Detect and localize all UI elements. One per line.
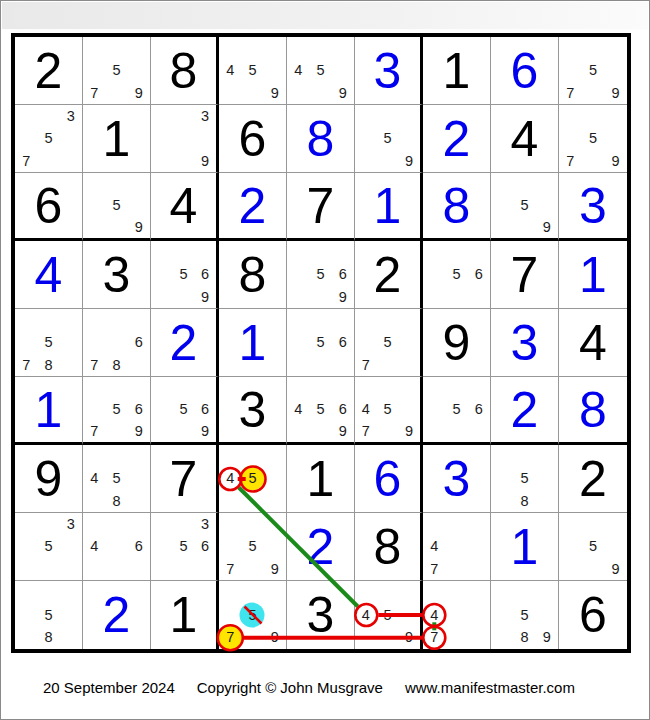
- candidate-6: 6: [194, 263, 216, 285]
- pencil-marks: 59: [491, 173, 558, 238]
- cell-r6c1[interactable]: 1: [15, 377, 83, 445]
- pencil-marks: 579: [83, 37, 150, 104]
- candidate-9: 9: [536, 626, 558, 649]
- cell-value: 8: [355, 513, 420, 580]
- pencil-marks: 578: [15, 309, 82, 376]
- cell-value: 2: [83, 581, 150, 649]
- candidate-5: 5: [582, 127, 605, 149]
- cell-r9c7[interactable]: 47: [423, 581, 491, 649]
- cell-value: 8: [151, 37, 216, 104]
- candidate-5: 5: [513, 195, 535, 217]
- pencil-marks: 5679: [83, 377, 150, 442]
- pencil-marks: 458: [83, 445, 150, 512]
- cell-r2c6[interactable]: 59: [355, 105, 423, 173]
- cell-value: 2: [151, 309, 216, 376]
- candidate-7: 7: [559, 82, 582, 104]
- pencil-marks: 39: [151, 105, 216, 172]
- candidate-6: 6: [128, 535, 150, 557]
- cell-value: 1: [559, 241, 627, 308]
- cell-value: 1: [15, 377, 82, 442]
- pencil-marks: 59: [559, 513, 627, 580]
- cell-r7c8[interactable]: 58: [491, 445, 559, 513]
- candidate-7: 7: [219, 558, 241, 580]
- pencil-marks: 579: [559, 105, 627, 172]
- candidate-5: 5: [309, 331, 331, 353]
- cell-r9c1[interactable]: 58: [15, 581, 83, 649]
- cell-r8c1[interactable]: 35: [15, 513, 83, 581]
- pencil-marks: 459: [219, 37, 286, 104]
- cell-value: 3: [423, 445, 490, 512]
- cell-value: 2: [559, 445, 627, 512]
- pencil-marks: 356: [151, 513, 216, 580]
- candidate-4: 4: [287, 399, 309, 421]
- pencil-marks: 579: [219, 581, 286, 649]
- candidate-5: 5: [377, 127, 399, 149]
- cell-r3c4[interactable]: 2: [219, 173, 287, 241]
- cell-value: 6: [355, 445, 420, 512]
- cell-r6c4[interactable]: 3: [219, 377, 287, 445]
- cell-r5c9[interactable]: 4: [559, 309, 627, 377]
- cell-r7c3[interactable]: 7: [151, 445, 219, 513]
- candidate-5: 5: [37, 331, 59, 353]
- titlebar[interactable]: [2, 2, 648, 30]
- candidate-9: 9: [128, 216, 150, 238]
- cell-value: 4: [15, 241, 82, 308]
- cell-value: 6: [491, 37, 558, 104]
- cell-r4c8[interactable]: 7: [491, 241, 559, 309]
- cell-r2c5[interactable]: 8: [287, 105, 355, 173]
- pencil-marks: 579: [559, 37, 627, 104]
- cell-r6c2[interactable]: 5679: [83, 377, 151, 445]
- cell-r9c6[interactable]: 459: [355, 581, 423, 649]
- candidate-6: 6: [194, 399, 216, 421]
- cell-value: 7: [491, 241, 558, 308]
- cell-r9c3[interactable]: 1: [151, 581, 219, 649]
- candidate-9: 9: [332, 420, 354, 442]
- candidate-9: 9: [264, 626, 286, 649]
- candidate-9: 9: [128, 420, 150, 442]
- candidate-5: 5: [37, 535, 59, 557]
- pencil-marks: 357: [15, 105, 82, 172]
- cell-r1c6[interactable]: 3: [355, 37, 423, 105]
- footer: 20 September 2024 Copyright © John Musgr…: [43, 679, 575, 696]
- candidate-8: 8: [105, 354, 127, 376]
- cell-r5c3[interactable]: 2: [151, 309, 219, 377]
- candidate-7: 7: [15, 354, 37, 376]
- cell-value: 8: [219, 241, 286, 308]
- cell-value: 6: [15, 173, 82, 238]
- candidate-7: 7: [423, 558, 445, 580]
- candidate-6: 6: [468, 399, 490, 421]
- cell-value: 3: [287, 581, 354, 649]
- pencil-marks: 678: [83, 309, 150, 376]
- pencil-marks: 47: [423, 513, 490, 580]
- candidate-5: 5: [309, 59, 331, 81]
- candidate-9: 9: [398, 150, 420, 172]
- cell-value: 2: [423, 105, 490, 172]
- candidate-9: 9: [604, 82, 627, 104]
- cell-r3c8[interactable]: 59: [491, 173, 559, 241]
- cell-r2c8[interactable]: 4: [491, 105, 559, 173]
- cell-r7c9[interactable]: 2: [559, 445, 627, 513]
- candidate-5: 5: [241, 467, 263, 489]
- candidate-5: 5: [105, 195, 127, 217]
- cell-r3c2[interactable]: 59: [83, 173, 151, 241]
- sudoku-board: 2579845945931657935713968592457965942718…: [11, 33, 631, 653]
- cell-r6c6[interactable]: 4579: [355, 377, 423, 445]
- pencil-marks: 459: [355, 581, 420, 649]
- candidate-8: 8: [513, 490, 535, 512]
- cell-r5c2[interactable]: 678: [83, 309, 151, 377]
- cell-r1c9[interactable]: 579: [559, 37, 627, 105]
- candidate-5: 5: [377, 399, 399, 421]
- cell-r2c7[interactable]: 2: [423, 105, 491, 173]
- cell-value: 8: [287, 105, 354, 172]
- candidate-5: 5: [173, 535, 195, 557]
- candidate-9: 9: [398, 626, 420, 649]
- candidate-5: 5: [105, 59, 127, 81]
- cell-r9c2[interactable]: 2: [83, 581, 151, 649]
- candidate-7: 7: [83, 420, 105, 442]
- cell-r1c7[interactable]: 1: [423, 37, 491, 105]
- cell-value: 2: [219, 173, 286, 238]
- candidate-5: 5: [513, 604, 535, 627]
- cell-value: 9: [423, 309, 490, 376]
- candidate-4: 4: [423, 604, 445, 627]
- cell-r3c9[interactable]: 3: [559, 173, 627, 241]
- cell-value: 6: [219, 105, 286, 172]
- cell-value: 2: [355, 241, 420, 308]
- candidate-9: 9: [264, 558, 286, 580]
- candidate-6: 6: [332, 331, 354, 353]
- cell-r2c9[interactable]: 579: [559, 105, 627, 173]
- candidate-4: 4: [83, 535, 105, 557]
- cell-r7c5[interactable]: 1: [287, 445, 355, 513]
- candidate-7: 7: [83, 82, 105, 104]
- cell-r8c7[interactable]: 47: [423, 513, 491, 581]
- cell-r9c8[interactable]: 589: [491, 581, 559, 649]
- pencil-marks: 59: [83, 173, 150, 238]
- candidate-3: 3: [194, 105, 216, 127]
- cell-r6c9[interactable]: 8: [559, 377, 627, 445]
- cell-value: 1: [219, 309, 286, 376]
- candidate-3: 3: [194, 513, 216, 535]
- cell-value: 3: [491, 309, 558, 376]
- cell-value: 7: [287, 173, 354, 238]
- cell-r8c5[interactable]: 2: [287, 513, 355, 581]
- pencil-marks: 579: [219, 513, 286, 580]
- candidate-4: 4: [287, 59, 309, 81]
- cell-r9c9[interactable]: 6: [559, 581, 627, 649]
- candidate-7: 7: [15, 150, 37, 172]
- candidate-5: 5: [241, 535, 263, 557]
- candidate-5: 5: [309, 399, 331, 421]
- cell-r4c2[interactable]: 3: [83, 241, 151, 309]
- candidate-9: 9: [332, 82, 354, 104]
- candidate-6: 6: [128, 331, 150, 353]
- candidate-7: 7: [219, 626, 241, 649]
- candidate-9: 9: [332, 286, 354, 308]
- pencil-marks: 35: [15, 513, 82, 580]
- cell-r9c4[interactable]: 579: [219, 581, 287, 649]
- cell-value: 8: [423, 173, 490, 238]
- candidate-5: 5: [377, 331, 399, 353]
- cell-r6c8[interactable]: 2: [491, 377, 559, 445]
- pencil-marks: 56: [423, 377, 490, 442]
- candidate-4: 4: [423, 535, 445, 557]
- cell-r4c7[interactable]: 56: [423, 241, 491, 309]
- candidate-9: 9: [194, 420, 216, 442]
- cell-value: 2: [491, 377, 558, 442]
- candidate-9: 9: [194, 286, 216, 308]
- candidate-3: 3: [60, 513, 82, 535]
- cell-r7c7[interactable]: 3: [423, 445, 491, 513]
- cell-r8c6[interactable]: 8: [355, 513, 423, 581]
- cell-value: 1: [151, 581, 216, 649]
- cell-r7c1[interactable]: 9: [15, 445, 83, 513]
- candidate-7: 7: [559, 150, 582, 172]
- cell-value: 1: [287, 445, 354, 512]
- candidate-9: 9: [264, 82, 286, 104]
- candidate-5: 5: [513, 467, 535, 489]
- cell-r3c7[interactable]: 8: [423, 173, 491, 241]
- cell-r2c3[interactable]: 39: [151, 105, 219, 173]
- cell-value: 1: [423, 37, 490, 104]
- candidate-4: 4: [355, 399, 377, 421]
- pencil-marks: 45: [219, 445, 286, 512]
- pencil-marks: 56: [287, 309, 354, 376]
- cell-r3c5[interactable]: 7: [287, 173, 355, 241]
- cell-r5c7[interactable]: 9: [423, 309, 491, 377]
- cell-value: 6: [559, 581, 627, 649]
- cell-r4c5[interactable]: 569: [287, 241, 355, 309]
- candidate-6: 6: [332, 263, 354, 285]
- candidate-9: 9: [128, 82, 150, 104]
- cell-r1c5[interactable]: 459: [287, 37, 355, 105]
- cell-r9c5[interactable]: 3: [287, 581, 355, 649]
- pencil-marks: 569: [287, 241, 354, 308]
- cell-value: 1: [83, 105, 150, 172]
- cell-value: 1: [491, 513, 558, 580]
- cell-r7c4[interactable]: 45: [219, 445, 287, 513]
- cell-r4c3[interactable]: 569: [151, 241, 219, 309]
- cell-r8c8[interactable]: 1: [491, 513, 559, 581]
- footer-date: 20 September 2024: [43, 679, 175, 696]
- app-window: 2579845945931657935713968592457965942718…: [0, 0, 650, 720]
- cell-r7c2[interactable]: 458: [83, 445, 151, 513]
- cell-value: 7: [151, 445, 216, 512]
- candidate-8: 8: [513, 626, 535, 649]
- cell-r8c9[interactable]: 59: [559, 513, 627, 581]
- candidate-5: 5: [241, 59, 263, 81]
- candidate-7: 7: [83, 354, 105, 376]
- candidate-5: 5: [582, 535, 605, 557]
- cell-r4c1[interactable]: 4: [15, 241, 83, 309]
- pencil-marks: 4569: [287, 377, 354, 442]
- cell-value: 4: [151, 173, 216, 238]
- pencil-marks: 58: [15, 581, 82, 649]
- cell-r8c2[interactable]: 46: [83, 513, 151, 581]
- candidate-6: 6: [194, 535, 216, 557]
- cell-r8c4[interactable]: 579: [219, 513, 287, 581]
- board-area: 2579845945931657935713968592457965942718…: [11, 33, 631, 653]
- candidate-4: 4: [219, 59, 241, 81]
- candidate-5: 5: [445, 263, 467, 285]
- footer-website[interactable]: www.manifestmaster.com: [405, 679, 575, 696]
- candidate-9: 9: [536, 216, 558, 238]
- candidate-9: 9: [398, 420, 420, 442]
- cell-value: 8: [559, 377, 627, 442]
- cell-r6c5[interactable]: 4569: [287, 377, 355, 445]
- pencil-marks: 57: [355, 309, 420, 376]
- candidate-7: 7: [355, 354, 377, 376]
- cell-r4c6[interactable]: 2: [355, 241, 423, 309]
- footer-copyright: Copyright © John Musgrave: [197, 679, 383, 696]
- cell-r2c4[interactable]: 6: [219, 105, 287, 173]
- candidate-5: 5: [105, 399, 127, 421]
- cell-r1c4[interactable]: 459: [219, 37, 287, 105]
- cell-value: 3: [83, 241, 150, 308]
- cell-r1c3[interactable]: 8: [151, 37, 219, 105]
- cell-r8c3[interactable]: 356: [151, 513, 219, 581]
- candidate-8: 8: [37, 354, 59, 376]
- candidate-5: 5: [37, 604, 59, 627]
- candidate-8: 8: [37, 626, 59, 649]
- candidate-5: 5: [173, 263, 195, 285]
- cell-r5c8[interactable]: 3: [491, 309, 559, 377]
- candidate-6: 6: [332, 399, 354, 421]
- candidate-5: 5: [445, 399, 467, 421]
- cell-r1c1[interactable]: 2: [15, 37, 83, 105]
- cell-r3c6[interactable]: 1: [355, 173, 423, 241]
- candidate-3: 3: [60, 105, 82, 127]
- pencil-marks: 589: [491, 581, 558, 649]
- cell-r5c1[interactable]: 578: [15, 309, 83, 377]
- candidate-4: 4: [219, 467, 241, 489]
- pencil-marks: 569: [151, 241, 216, 308]
- candidate-5: 5: [309, 263, 331, 285]
- cell-r3c3[interactable]: 4: [151, 173, 219, 241]
- cell-r5c5[interactable]: 56: [287, 309, 355, 377]
- pencil-marks: 459: [287, 37, 354, 104]
- cell-value: 4: [491, 105, 558, 172]
- cell-r4c4[interactable]: 8: [219, 241, 287, 309]
- pencil-marks: 47: [423, 581, 490, 649]
- cell-r3c1[interactable]: 6: [15, 173, 83, 241]
- pencil-marks: 4579: [355, 377, 420, 442]
- pencil-marks: 46: [83, 513, 150, 580]
- pencil-marks: 58: [491, 445, 558, 512]
- cell-r5c4[interactable]: 1: [219, 309, 287, 377]
- pencil-marks: 59: [355, 105, 420, 172]
- candidate-7: 7: [423, 626, 445, 649]
- candidate-9: 9: [194, 150, 216, 172]
- cell-value: 3: [219, 377, 286, 442]
- candidate-6: 6: [468, 263, 490, 285]
- candidate-5: 5: [241, 604, 263, 627]
- candidate-9: 9: [604, 150, 627, 172]
- cell-r7c6[interactable]: 6: [355, 445, 423, 513]
- cell-value: 2: [287, 513, 354, 580]
- cell-value: 1: [355, 173, 420, 238]
- candidate-4: 4: [83, 467, 105, 489]
- cell-value: 4: [559, 309, 627, 376]
- cell-r5c6[interactable]: 57: [355, 309, 423, 377]
- candidate-5: 5: [377, 604, 399, 627]
- candidate-5: 5: [582, 59, 605, 81]
- pencil-marks: 569: [151, 377, 216, 442]
- candidate-9: 9: [604, 558, 627, 580]
- cell-r4c9[interactable]: 1: [559, 241, 627, 309]
- cell-r6c3[interactable]: 569: [151, 377, 219, 445]
- candidate-5: 5: [105, 467, 127, 489]
- candidate-6: 6: [128, 399, 150, 421]
- cell-r6c7[interactable]: 56: [423, 377, 491, 445]
- candidate-4: 4: [355, 604, 377, 627]
- candidate-5: 5: [173, 399, 195, 421]
- candidate-8: 8: [105, 490, 127, 512]
- cell-r1c8[interactable]: 6: [491, 37, 559, 105]
- cell-r1c2[interactable]: 579: [83, 37, 151, 105]
- cell-value: 9: [15, 445, 82, 512]
- pencil-marks: 56: [423, 241, 490, 308]
- cell-value: 3: [355, 37, 420, 104]
- cell-r2c1[interactable]: 357: [15, 105, 83, 173]
- cell-value: 3: [559, 173, 627, 238]
- cell-value: 2: [15, 37, 82, 104]
- candidate-7: 7: [355, 420, 377, 442]
- cell-r2c2[interactable]: 1: [83, 105, 151, 173]
- candidate-5: 5: [37, 127, 59, 149]
